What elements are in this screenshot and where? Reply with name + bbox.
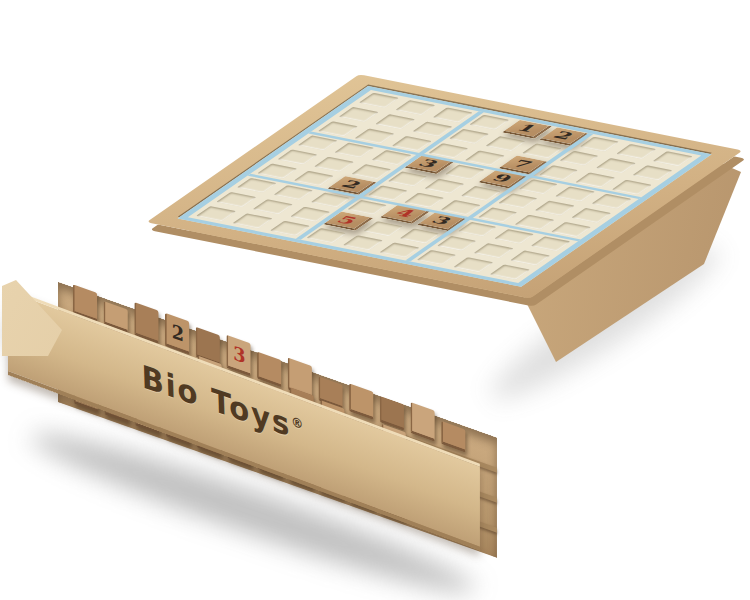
cell-recess [531,236,571,251]
tile-number: 7 [509,158,535,169]
cell-recess [314,157,354,172]
cell-recess [441,200,481,215]
tile-number: 9 [489,172,515,183]
cell-recess [579,137,619,152]
cell-recess [432,107,472,122]
cell-recess [490,264,530,279]
cell-recess [371,150,411,165]
cell-recess [404,193,444,208]
cell-recess [400,228,440,243]
cell-recess [274,185,314,200]
cell-recess [428,143,468,158]
drawer-tile[interactable] [441,421,465,453]
cell-recess [233,213,273,228]
tile-number: 2 [338,179,364,190]
drawer-tile-number: 2 [172,321,184,344]
cell-recess [388,171,428,186]
cell-recess [453,257,493,272]
cell-recess [449,129,489,144]
cell-recess [616,144,656,159]
cell-recess [596,158,636,173]
cell-recess [196,206,236,221]
cell-recess [310,192,350,207]
cell-recess [612,180,652,195]
cell-recess [498,193,538,208]
cell-recess [478,207,518,222]
tile-number: 3 [416,158,442,169]
cell-recess [257,164,297,179]
cell-recess [375,114,415,129]
cell-recess [653,151,693,166]
cell-recess [217,192,257,207]
cell-recess [359,93,399,108]
cell-recess [294,171,334,186]
tile-number: 5 [334,214,360,225]
cell-recess [392,136,432,151]
cell-recess [380,243,420,258]
cell-recess [396,100,436,115]
cell-recess [298,135,338,150]
cell-recess [457,222,497,237]
cell-recess [335,143,375,158]
cell-recess [461,186,501,201]
tile-number: 2 [550,130,576,141]
cell-recess [351,164,391,179]
cell-recess [494,229,534,244]
cell-recess [632,165,672,180]
cell-recess [417,250,457,265]
cell-recess [555,186,595,201]
cell-recess [278,149,318,164]
cell-recess [571,208,611,223]
drawer-tile[interactable] [410,402,434,442]
cell-recess [412,122,452,137]
tile-number: 3 [428,215,454,226]
cell-recess [592,194,632,209]
cell-recess [437,236,477,251]
product-photo: 237 Bio Toys® 127392435 [0,0,750,600]
cell-recess [343,235,383,250]
cell-recess [270,221,310,236]
drawer-tile[interactable] [349,383,373,420]
cell-recess [355,128,395,143]
cell-recess [424,179,464,194]
cell-recess [575,172,615,187]
cell-recess [551,222,591,237]
registered-trademark-icon: ® [291,413,306,433]
cell-recess [445,165,485,180]
tile-number: 1 [513,123,539,134]
cell-recess [465,150,505,165]
cell-recess [522,144,562,159]
cell-recess [539,165,579,180]
cell-recess [237,178,277,193]
cell-recess [290,207,330,222]
cell-recess [253,199,293,214]
tile-number: 4 [391,208,417,219]
cell-recess [339,107,379,122]
cell-recess [306,228,346,243]
cell-recess [474,243,514,258]
drawer-tile-number: 3 [233,343,245,366]
cell-recess [363,221,403,236]
cell-recess [559,151,599,166]
cell-recess [347,200,387,215]
cell-recess [510,250,550,265]
cell-recess [367,186,407,201]
cell-recess [535,201,575,216]
cell-recess [485,136,525,151]
cell-recess [318,121,358,136]
cell-recess [518,179,558,194]
cell-recess [514,215,554,230]
cell-recess [469,115,509,130]
